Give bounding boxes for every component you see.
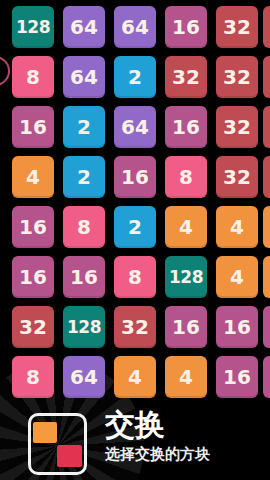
tile-r6c3[interactable]: 8: [114, 256, 156, 298]
tile-r3c5[interactable]: 32: [216, 106, 258, 148]
swap-icon-red-square: [57, 445, 82, 467]
tile-r8c1[interactable]: 8: [12, 356, 54, 398]
tile-r6c2[interactable]: 16: [63, 256, 105, 298]
offscreen-tile-r7: [263, 306, 270, 348]
offscreen-tile-r8: [263, 356, 270, 398]
offscreen-tile-r5: [263, 206, 270, 248]
swap-panel: 交换 选择交换的方块: [0, 400, 270, 480]
tile-r4c4[interactable]: 8: [165, 156, 207, 198]
offscreen-tile-r6: [263, 256, 270, 298]
tile-r3c3[interactable]: 64: [114, 106, 156, 148]
tile-r4c2[interactable]: 2: [63, 156, 105, 198]
tile-r2c3[interactable]: 2: [114, 56, 156, 98]
offscreen-tile-r1: [263, 6, 270, 48]
tile-r6c4[interactable]: 128: [165, 256, 207, 298]
tile-r2c2[interactable]: 64: [63, 56, 105, 98]
tile-r7c5[interactable]: 16: [216, 306, 258, 348]
tile-r1c4[interactable]: 16: [165, 6, 207, 48]
tile-r5c5[interactable]: 4: [216, 206, 258, 248]
offscreen-tile-r4: [263, 156, 270, 198]
tile-r8c3[interactable]: 4: [114, 356, 156, 398]
tile-r2c5[interactable]: 32: [216, 56, 258, 98]
tile-r1c1[interactable]: 128: [12, 6, 54, 48]
swap-subtitle: 选择交换的方块: [105, 445, 210, 464]
tile-r1c5[interactable]: 32: [216, 6, 258, 48]
tile-grid: 1286464163286423232162641632421683216824…: [12, 6, 258, 398]
tile-r2c1[interactable]: 8: [12, 56, 54, 98]
tile-r1c2[interactable]: 64: [63, 6, 105, 48]
tile-r4c1[interactable]: 4: [12, 156, 54, 198]
tile-r7c1[interactable]: 32: [12, 306, 54, 348]
offscreen-tile-r2: [263, 56, 270, 98]
game-screen: 1286464163286423232162641632421683216824…: [0, 0, 270, 480]
tile-r8c5[interactable]: 16: [216, 356, 258, 398]
tile-r8c4[interactable]: 4: [165, 356, 207, 398]
tile-r4c5[interactable]: 32: [216, 156, 258, 198]
tile-r7c3[interactable]: 32: [114, 306, 156, 348]
tile-r7c2[interactable]: 128: [63, 306, 105, 348]
tile-r7c4[interactable]: 16: [165, 306, 207, 348]
tile-r3c1[interactable]: 16: [12, 106, 54, 148]
tile-r3c4[interactable]: 16: [165, 106, 207, 148]
offscreen-tile-r3: [263, 106, 270, 148]
tile-r6c1[interactable]: 16: [12, 256, 54, 298]
tile-r8c2[interactable]: 64: [63, 356, 105, 398]
offscreen-column: [263, 6, 270, 398]
swap-icon-orange-square: [33, 422, 57, 443]
tile-r2c4[interactable]: 32: [165, 56, 207, 98]
tile-r3c2[interactable]: 2: [63, 106, 105, 148]
tile-r6c5[interactable]: 4: [216, 256, 258, 298]
tile-r1c3[interactable]: 64: [114, 6, 156, 48]
tile-r4c3[interactable]: 16: [114, 156, 156, 198]
tile-r5c4[interactable]: 4: [165, 206, 207, 248]
tile-r5c1[interactable]: 16: [12, 206, 54, 248]
tile-r5c2[interactable]: 8: [63, 206, 105, 248]
swap-booster-icon[interactable]: [28, 413, 87, 475]
tile-r5c3[interactable]: 2: [114, 206, 156, 248]
edge-circle-decoration: [0, 56, 10, 86]
swap-title: 交换: [105, 408, 165, 441]
